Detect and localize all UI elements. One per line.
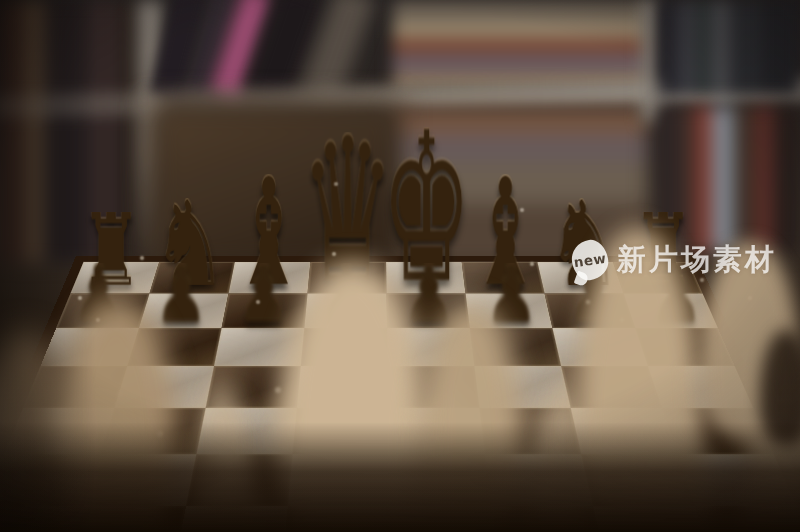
black-pawn: ♟ bbox=[237, 262, 290, 326]
watermark-new-badge: new bbox=[569, 238, 610, 283]
chess-photo: ♜♞♝♛♚♝♞♜♟♟♟♟♟♟♟♟♟♟♟♟♟♟♟♟♜♞♝♛♚♝♞♜ new 新片场… bbox=[0, 0, 800, 532]
watermark: new 新片场素材 bbox=[572, 240, 777, 280]
specular-glints bbox=[0, 0, 4, 4]
watermark-new-label: new bbox=[573, 250, 608, 270]
watermark-text: 新片场素材 bbox=[617, 240, 777, 280]
black-pawn: ♟ bbox=[154, 262, 207, 326]
board-near-edge-blur bbox=[0, 422, 800, 532]
